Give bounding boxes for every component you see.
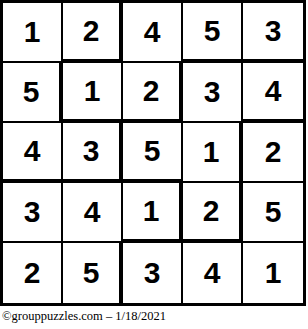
cell-r3c4: 1 <box>183 123 243 183</box>
cell-r2c3: 2 <box>123 63 183 123</box>
cell-r2c2: 1 <box>63 63 123 123</box>
cell-r4c4: 2 <box>183 183 243 243</box>
cell-r4c2: 4 <box>63 183 123 243</box>
cell-r1c1: 1 <box>3 3 63 63</box>
cell-r3c5: 2 <box>243 123 303 183</box>
cell-r1c3: 4 <box>123 3 183 63</box>
cell-r4c1: 3 <box>3 183 63 243</box>
cell-r3c1: 4 <box>3 123 63 183</box>
cell-r5c2: 5 <box>63 243 123 303</box>
puzzle-board: 1245351234435123412525341 <box>0 0 306 306</box>
cell-r1c5: 3 <box>243 3 303 63</box>
cell-r4c5: 5 <box>243 183 303 243</box>
copyright-credit: ©grouppuzzles.com – 1/18/2021 <box>2 309 166 324</box>
cell-r5c5: 1 <box>243 243 303 303</box>
puzzle-page: 1245351234435123412525341 ©grouppuzzles.… <box>0 0 308 329</box>
cell-r2c4: 3 <box>183 63 243 123</box>
cell-r5c1: 2 <box>3 243 63 303</box>
cell-r2c5: 4 <box>243 63 303 123</box>
cell-r3c2: 3 <box>63 123 123 183</box>
cell-r5c3: 3 <box>123 243 183 303</box>
cell-r4c3: 1 <box>123 183 183 243</box>
cell-r1c2: 2 <box>63 3 123 63</box>
cell-r5c4: 4 <box>183 243 243 303</box>
cell-r3c3: 5 <box>123 123 183 183</box>
cell-r1c4: 5 <box>183 3 243 63</box>
cell-r2c1: 5 <box>3 63 63 123</box>
